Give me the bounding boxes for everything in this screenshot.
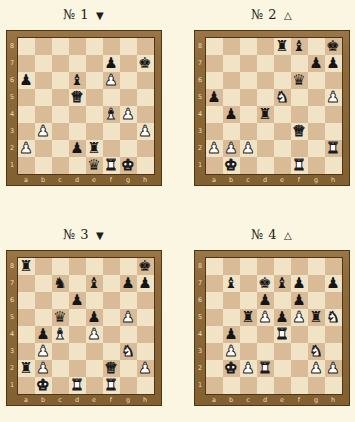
square-e8 [86, 38, 103, 55]
square-d8 [257, 38, 274, 55]
chessboard-1-file-labels: abcdefgh [18, 175, 154, 185]
black-queen-piece: ♛ [292, 72, 305, 89]
square-d1: ♜ [69, 377, 86, 394]
square-e1 [274, 157, 291, 174]
square-d8 [257, 258, 274, 275]
square-a5 [18, 309, 35, 326]
file-label-a: a [206, 175, 223, 185]
square-e1 [274, 377, 291, 394]
chessboard-4-file-labels: abcdefgh [206, 395, 342, 405]
square-a4 [206, 106, 223, 123]
square-f6: ♛ [291, 72, 308, 89]
file-label-e: e [274, 395, 291, 405]
square-f4 [291, 326, 308, 343]
square-b2: ♟ [35, 360, 52, 377]
white-pawn-piece: ♟ [326, 89, 339, 106]
white-pawn-piece: ♟ [241, 360, 254, 377]
white-pawn-piece: ♟ [326, 360, 339, 377]
chessboard-4-frame: 87654321 ♝♚♝♟♟♟♟♜♟♟♟♜♞♟♜♟♞♚♟♜♟♟ abcdefgh [194, 250, 350, 406]
square-c8 [52, 38, 69, 55]
square-h4 [325, 106, 342, 123]
square-h6 [325, 72, 342, 89]
square-c7 [240, 55, 257, 72]
square-b7 [35, 55, 52, 72]
square-f8 [103, 258, 120, 275]
square-g4 [308, 106, 325, 123]
file-label-f: f [291, 175, 308, 185]
rank-label-1: 1 [8, 377, 17, 394]
square-f1: ♜ [291, 157, 308, 174]
square-a3 [206, 343, 223, 360]
rank-label-6: 6 [8, 292, 17, 309]
file-label-g: g [120, 175, 137, 185]
square-g7: ♟ [308, 55, 325, 72]
square-b8 [223, 38, 240, 55]
chessboard-3-rank-labels: 87654321 [8, 258, 17, 394]
square-f4 [291, 106, 308, 123]
black-to-move-triangle-icon: ▼ [96, 230, 104, 241]
rank-label-1: 1 [196, 157, 205, 174]
white-rook-piece: ♜ [104, 377, 117, 394]
square-h5: ♟ [325, 89, 342, 106]
square-b3: ♟ [35, 343, 52, 360]
square-c8 [52, 258, 69, 275]
white-pawn-piece: ♟ [224, 140, 237, 157]
square-g4 [120, 326, 137, 343]
black-rook-piece: ♜ [309, 309, 322, 326]
white-pawn-piece: ♟ [36, 360, 49, 377]
square-e8: ♜ [274, 38, 291, 55]
chessboard-4: ♝♚♝♟♟♟♟♜♟♟♟♜♞♟♜♟♞♚♟♜♟♟ [205, 257, 343, 395]
square-e1 [86, 377, 103, 394]
square-c4 [240, 106, 257, 123]
square-c7: ♞ [52, 275, 69, 292]
file-label-h: h [325, 395, 342, 405]
square-h2: ♟ [325, 360, 342, 377]
square-g8 [308, 258, 325, 275]
square-a1 [206, 377, 223, 394]
file-label-f: f [103, 395, 120, 405]
white-pawn-piece: ♟ [36, 343, 49, 360]
white-pawn-piece: ♟ [241, 140, 254, 157]
rank-label-8: 8 [196, 258, 205, 275]
rank-label-5: 5 [8, 89, 17, 106]
diagram-1-header: № 1▼ [6, 6, 162, 23]
square-a5: ♟ [206, 89, 223, 106]
square-a7 [18, 275, 35, 292]
square-e2 [86, 360, 103, 377]
square-g2 [308, 140, 325, 157]
rank-label-7: 7 [196, 275, 205, 292]
square-e7 [274, 55, 291, 72]
rank-label-6: 6 [8, 72, 17, 89]
file-label-g: g [308, 175, 325, 185]
square-c3 [240, 123, 257, 140]
white-to-move-triangle-icon: △ [284, 10, 292, 21]
square-f7: ♟ [291, 275, 308, 292]
square-c1 [52, 157, 69, 174]
black-pawn-piece: ♟ [19, 72, 32, 89]
chessboard-1: ♟♚♟♝♟♛♝♟♟♟♟♟♜♛♜♚ [17, 37, 155, 175]
square-g6 [308, 292, 325, 309]
square-h5 [137, 89, 154, 106]
square-f7 [291, 55, 308, 72]
rank-label-1: 1 [8, 157, 17, 174]
square-a1 [18, 377, 35, 394]
rank-label-5: 5 [8, 309, 17, 326]
square-h2: ♜ [325, 140, 342, 157]
white-king-piece: ♚ [224, 360, 237, 377]
square-b2: ♟ [223, 140, 240, 157]
square-f7 [103, 275, 120, 292]
square-d3 [257, 343, 274, 360]
square-b7 [35, 275, 52, 292]
square-h1 [137, 377, 154, 394]
black-pawn-piece: ♟ [104, 55, 117, 72]
square-b6 [35, 292, 52, 309]
square-d4 [257, 326, 274, 343]
square-g6 [308, 72, 325, 89]
square-h4 [137, 106, 154, 123]
square-d8 [69, 258, 86, 275]
white-pawn-piece: ♟ [138, 123, 151, 140]
square-g3: ♞ [308, 343, 325, 360]
square-c3 [240, 343, 257, 360]
rank-label-7: 7 [196, 55, 205, 72]
file-label-h: h [325, 175, 342, 185]
rank-label-3: 3 [8, 343, 17, 360]
square-b4: ♟ [35, 326, 52, 343]
square-b2 [35, 140, 52, 157]
file-label-a: a [206, 395, 223, 405]
square-h3 [325, 123, 342, 140]
file-label-d: d [257, 175, 274, 185]
file-label-b: b [223, 175, 240, 185]
white-pawn-piece: ♟ [104, 72, 117, 89]
square-a4 [18, 106, 35, 123]
black-pawn-piece: ♟ [70, 292, 83, 309]
file-label-c: c [240, 175, 257, 185]
rank-label-4: 4 [196, 106, 205, 123]
square-c2: ♟ [240, 360, 257, 377]
square-g1 [308, 377, 325, 394]
square-f5: ♟ [291, 309, 308, 326]
square-b1 [35, 157, 52, 174]
black-pawn-piece: ♟ [36, 326, 49, 343]
square-g6 [120, 292, 137, 309]
square-c6 [240, 72, 257, 89]
square-a6 [206, 72, 223, 89]
rank-label-3: 3 [8, 123, 17, 140]
diagram-4-label: № 4 [251, 227, 277, 242]
black-pawn-piece: ♟ [224, 106, 237, 123]
square-d7 [257, 55, 274, 72]
white-rook-piece: ♜ [70, 377, 83, 394]
square-h8: ♚ [325, 38, 342, 55]
white-pawn-piece: ♟ [224, 343, 237, 360]
square-e6 [86, 292, 103, 309]
square-g6 [120, 72, 137, 89]
chessboard-3: ♜♚♞♝♟♟♟♛♟♟♟♝♟♟♞♜♟♛♟♚♜♜ [17, 257, 155, 395]
square-f3 [103, 343, 120, 360]
rank-label-3: 3 [196, 123, 205, 140]
white-rook-piece: ♜ [326, 140, 339, 157]
square-f4 [103, 326, 120, 343]
square-d2 [69, 360, 86, 377]
square-g4: ♟ [120, 106, 137, 123]
square-e6 [274, 72, 291, 89]
square-h4 [137, 326, 154, 343]
rank-label-2: 2 [8, 140, 17, 157]
rank-label-4: 4 [8, 326, 17, 343]
file-label-h: h [137, 395, 154, 405]
square-d2 [257, 140, 274, 157]
file-label-g: g [308, 395, 325, 405]
diagram-4: № 4△ 87654321 ♝♚♝♟♟♟♟♜♟♟♟♜♞♟♜♟♞♚♟♜♟♟ abc… [194, 226, 350, 406]
black-king-piece: ♚ [326, 38, 339, 55]
square-c6 [52, 292, 69, 309]
square-g1: ♚ [120, 157, 137, 174]
black-pawn-piece: ♟ [138, 275, 151, 292]
square-a7 [18, 55, 35, 72]
black-rook-piece: ♜ [19, 258, 32, 275]
square-f3 [103, 123, 120, 140]
white-king-piece: ♚ [36, 377, 49, 394]
square-d8 [69, 38, 86, 55]
square-d2: ♟ [69, 140, 86, 157]
square-b5 [223, 89, 240, 106]
square-h5: ♞ [325, 309, 342, 326]
square-g5 [308, 89, 325, 106]
square-b5 [35, 89, 52, 106]
square-c3 [52, 343, 69, 360]
square-h3 [325, 343, 342, 360]
square-f1 [291, 377, 308, 394]
square-f5 [103, 309, 120, 326]
square-d7 [69, 55, 86, 72]
square-c1 [52, 377, 69, 394]
square-f2 [291, 140, 308, 157]
square-c5: ♜ [240, 309, 257, 326]
file-label-e: e [86, 395, 103, 405]
black-pawn-piece: ♟ [70, 140, 83, 157]
square-c4 [240, 326, 257, 343]
chessboard-2-rank-labels: 87654321 [196, 38, 205, 174]
diagram-3-header: № 3▼ [6, 226, 162, 243]
square-e1: ♛ [86, 157, 103, 174]
square-e5: ♞ [274, 89, 291, 106]
white-pawn-piece: ♟ [309, 360, 322, 377]
black-bishop-piece: ♝ [224, 275, 237, 292]
square-d6: ♟ [257, 292, 274, 309]
square-d1 [257, 377, 274, 394]
square-f4: ♝ [103, 106, 120, 123]
square-c4: ♝ [52, 326, 69, 343]
file-label-e: e [274, 175, 291, 185]
white-pawn-piece: ♟ [207, 140, 220, 157]
chessboard-2-file-labels: abcdefgh [206, 175, 342, 185]
rank-label-4: 4 [8, 106, 17, 123]
square-a3 [18, 343, 35, 360]
square-a1 [18, 157, 35, 174]
black-pawn-piece: ♟ [309, 55, 322, 72]
square-a6: ♟ [18, 72, 35, 89]
square-e5: ♟ [86, 309, 103, 326]
white-pawn-piece: ♟ [36, 123, 49, 140]
file-label-e: e [86, 175, 103, 185]
square-d6: ♝ [69, 72, 86, 89]
square-b7: ♝ [223, 275, 240, 292]
white-rook-piece: ♜ [292, 157, 305, 174]
square-g3 [120, 123, 137, 140]
rank-label-8: 8 [8, 258, 17, 275]
square-f6: ♟ [291, 292, 308, 309]
square-g5 [120, 89, 137, 106]
square-e2 [274, 140, 291, 157]
chessboard-3-file-labels: abcdefgh [18, 395, 154, 405]
white-king-piece: ♚ [224, 157, 237, 174]
square-c1 [240, 377, 257, 394]
square-f6 [103, 292, 120, 309]
white-to-move-triangle-icon: △ [284, 230, 292, 241]
square-a3 [18, 123, 35, 140]
square-e3 [86, 343, 103, 360]
file-label-c: c [52, 395, 69, 405]
exercise-page: № 1▼ 87654321 ♟♚♟♝♟♛♝♟♟♟♟♟♜♛♜♚ abcdefgh … [0, 0, 355, 406]
square-d3 [257, 123, 274, 140]
white-queen-piece: ♛ [104, 360, 117, 377]
square-b6 [35, 72, 52, 89]
square-h8 [137, 38, 154, 55]
square-h4 [325, 326, 342, 343]
square-h1 [137, 157, 154, 174]
square-e6 [274, 292, 291, 309]
square-a1 [206, 157, 223, 174]
rank-label-6: 6 [196, 292, 205, 309]
square-c5: ♛ [52, 309, 69, 326]
file-label-a: a [18, 395, 35, 405]
square-g1 [120, 377, 137, 394]
square-d1 [69, 157, 86, 174]
file-label-d: d [69, 395, 86, 405]
chessboard-4-rank-labels: 87654321 [196, 258, 205, 394]
white-bishop-piece: ♝ [53, 326, 66, 343]
file-label-c: c [240, 395, 257, 405]
square-a7 [206, 55, 223, 72]
square-a8 [206, 38, 223, 55]
square-f6: ♟ [103, 72, 120, 89]
square-e2: ♜ [86, 140, 103, 157]
square-b5 [223, 309, 240, 326]
square-g7 [308, 275, 325, 292]
rank-label-8: 8 [8, 38, 17, 55]
square-d2: ♜ [257, 360, 274, 377]
square-a2: ♟ [18, 140, 35, 157]
white-knight-piece: ♞ [121, 343, 134, 360]
black-queen-piece: ♛ [87, 157, 100, 174]
square-f8 [103, 38, 120, 55]
square-a2: ♟ [206, 140, 223, 157]
square-g5: ♜ [308, 309, 325, 326]
square-a4 [18, 326, 35, 343]
square-e4 [274, 106, 291, 123]
white-pawn-piece: ♟ [19, 140, 32, 157]
square-e5 [86, 89, 103, 106]
square-d6: ♟ [69, 292, 86, 309]
square-g5: ♟ [120, 309, 137, 326]
square-b4 [35, 106, 52, 123]
square-g3: ♞ [120, 343, 137, 360]
square-h7: ♟ [137, 275, 154, 292]
file-label-h: h [137, 175, 154, 185]
square-g8 [308, 38, 325, 55]
square-c5 [52, 89, 69, 106]
square-g2 [120, 140, 137, 157]
diagram-4-header: № 4△ [194, 226, 350, 243]
diagram-2-label: № 2 [251, 7, 277, 22]
square-a3 [206, 123, 223, 140]
diagram-3: № 3▼ 87654321 ♜♚♞♝♟♟♟♛♟♟♟♝♟♟♞♜♟♛♟♚♜♜ abc… [6, 226, 162, 406]
black-king-piece: ♚ [138, 258, 151, 275]
square-h7: ♟ [325, 275, 342, 292]
white-rook-piece: ♜ [104, 157, 117, 174]
black-rook-piece: ♜ [241, 309, 254, 326]
square-c2 [52, 140, 69, 157]
white-pawn-piece: ♟ [121, 309, 134, 326]
square-d4 [69, 326, 86, 343]
square-g3 [308, 123, 325, 140]
square-d7: ♚ [257, 275, 274, 292]
square-h5 [137, 309, 154, 326]
square-h1 [325, 157, 342, 174]
square-c6 [52, 72, 69, 89]
black-pawn-piece: ♟ [87, 309, 100, 326]
white-pawn-piece: ♟ [258, 309, 271, 326]
rank-label-3: 3 [196, 343, 205, 360]
file-label-g: g [120, 395, 137, 405]
square-a2 [206, 360, 223, 377]
square-g7: ♟ [120, 275, 137, 292]
square-h6 [325, 292, 342, 309]
square-b6 [223, 72, 240, 89]
square-d3 [69, 343, 86, 360]
file-label-f: f [291, 395, 308, 405]
square-e6 [86, 72, 103, 89]
diagram-1: № 1▼ 87654321 ♟♚♟♝♟♛♝♟♟♟♟♟♜♛♜♚ abcdefgh [6, 6, 162, 186]
square-d5: ♟ [257, 309, 274, 326]
square-c1 [240, 157, 257, 174]
square-a6 [206, 292, 223, 309]
square-g4 [308, 326, 325, 343]
black-bishop-piece: ♝ [275, 275, 288, 292]
square-c4 [52, 106, 69, 123]
square-c2: ♟ [240, 140, 257, 157]
square-b8 [35, 258, 52, 275]
square-f1: ♜ [103, 157, 120, 174]
rank-label-2: 2 [196, 140, 205, 157]
black-pawn-piece: ♟ [258, 292, 271, 309]
square-b4: ♟ [223, 326, 240, 343]
square-c5 [240, 89, 257, 106]
square-e7: ♝ [86, 275, 103, 292]
square-b6 [223, 292, 240, 309]
square-h2 [137, 140, 154, 157]
square-h7: ♚ [137, 55, 154, 72]
square-e2 [274, 360, 291, 377]
square-e8 [274, 258, 291, 275]
file-label-d: d [257, 395, 274, 405]
square-f2 [103, 140, 120, 157]
